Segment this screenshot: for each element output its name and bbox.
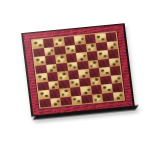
board-frame: [23, 25, 132, 115]
board-grid: [31, 31, 125, 108]
board-outer-edge: [21, 23, 135, 117]
square-h1[interactable]: [112, 91, 123, 100]
chess-board: [21, 23, 135, 117]
photo-background: [0, 0, 150, 150]
